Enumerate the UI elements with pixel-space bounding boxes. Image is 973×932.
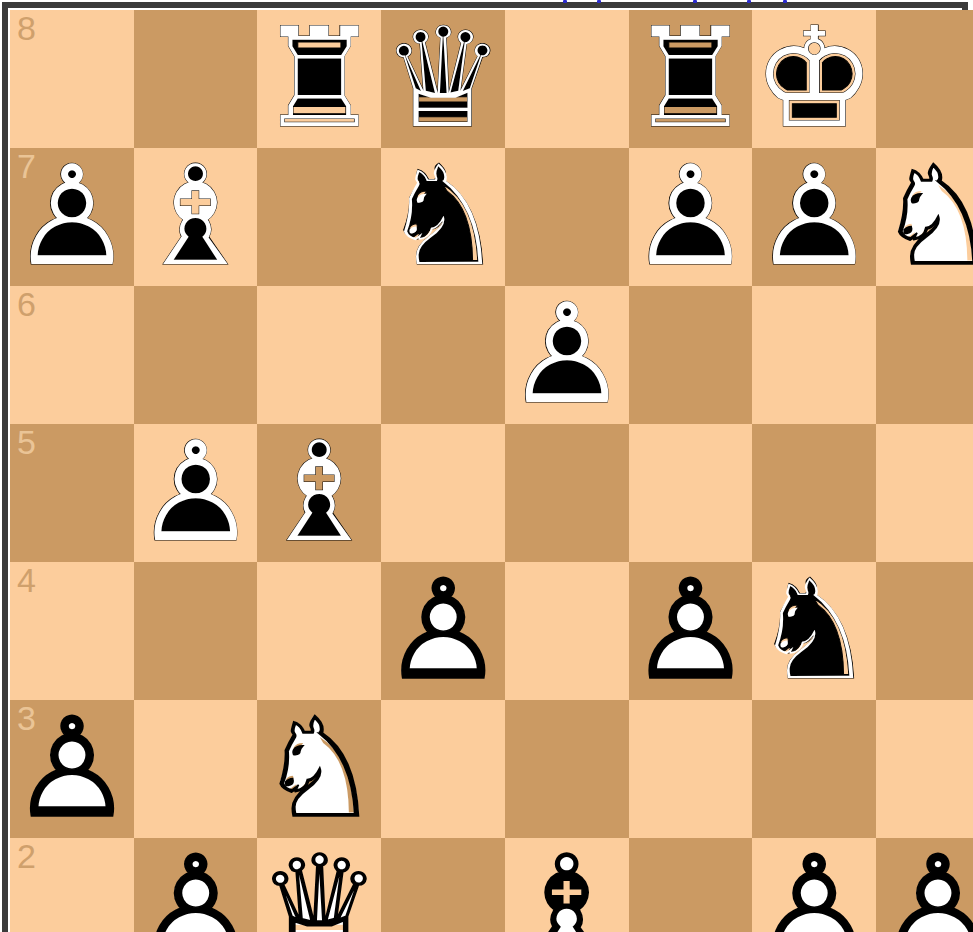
square-d7[interactable]: ♞♘ [381,148,505,286]
black-pawn[interactable]: ♟♙ [752,148,876,286]
black-pawn[interactable]: ♟♙ [629,148,753,286]
white-knight[interactable]: ♞♘ [257,700,381,838]
black-bishop[interactable]: ♝♗ [257,424,381,562]
black-knight-outline: ♘ [381,148,505,286]
square-h2[interactable]: ♟♙ [876,838,973,932]
square-e8[interactable] [505,10,629,148]
black-pawn-outline: ♙ [629,148,753,286]
black-bishop-outline: ♗ [134,148,258,286]
square-c6[interactable] [257,286,381,424]
square-b3[interactable] [134,700,258,838]
square-f5[interactable] [629,424,753,562]
square-h4[interactable] [876,562,973,700]
black-pawn[interactable]: ♟♙ [10,148,134,286]
black-knight[interactable]: ♞♘ [381,148,505,286]
square-a3[interactable]: 3♟♙ [10,700,134,838]
white-pawn-outline: ♙ [876,838,973,932]
white-pawn[interactable]: ♟♙ [134,838,258,932]
white-knight-outline: ♘ [257,700,381,838]
square-c8[interactable]: ♜♖ [257,10,381,148]
square-a2[interactable]: 2 [10,838,134,932]
white-pawn[interactable]: ♟♙ [876,838,973,932]
black-pawn-outline: ♙ [134,424,258,562]
black-bishop[interactable]: ♝♗ [134,148,258,286]
link-text-fragment [597,0,601,3]
black-rook[interactable]: ♜♖ [629,10,753,148]
square-h8[interactable] [876,10,973,148]
rank-label-2: 2 [17,839,36,875]
square-h5[interactable] [876,424,973,562]
square-g3[interactable] [752,700,876,838]
page: { "game": "chess", "position": { "fen": … [0,0,973,932]
square-a7[interactable]: 7♟♙ [10,148,134,286]
square-f2[interactable] [629,838,753,932]
white-queen[interactable]: ♛♕ [257,838,381,932]
black-rook-outline: ♖ [629,10,753,148]
square-c7[interactable] [257,148,381,286]
white-pawn-outline: ♙ [10,700,134,838]
square-a4[interactable]: 4 [10,562,134,700]
square-a8[interactable]: 8 [10,10,134,148]
square-b5[interactable]: ♟♙ [134,424,258,562]
square-d6[interactable] [381,286,505,424]
link-text-fragment [693,0,697,3]
white-pawn-outline: ♙ [381,562,505,700]
square-g7[interactable]: ♟♙ [752,148,876,286]
black-pawn[interactable]: ♟♙ [505,286,629,424]
square-a5[interactable]: 5 [10,424,134,562]
square-a6[interactable]: 6 [10,286,134,424]
black-pawn-outline: ♙ [752,148,876,286]
black-pawn[interactable]: ♟♙ [134,424,258,562]
square-d8[interactable]: ♛♕ [381,10,505,148]
square-b2[interactable]: ♟♙ [134,838,258,932]
rank-label-6: 6 [17,287,36,323]
square-f4[interactable]: ♟♙ [629,562,753,700]
white-pawn[interactable]: ♟♙ [752,838,876,932]
black-king-outline: ♔ [752,10,876,148]
square-f7[interactable]: ♟♙ [629,148,753,286]
square-e5[interactable] [505,424,629,562]
square-b4[interactable] [134,562,258,700]
square-f8[interactable]: ♜♖ [629,10,753,148]
white-pawn-outline: ♙ [629,562,753,700]
black-pawn-outline: ♙ [505,286,629,424]
square-g6[interactable] [752,286,876,424]
square-f6[interactable] [629,286,753,424]
square-d4[interactable]: ♟♙ [381,562,505,700]
square-g5[interactable] [752,424,876,562]
square-f3[interactable] [629,700,753,838]
link-text-fragment [747,0,751,3]
square-e2[interactable]: ♝♗ [505,838,629,932]
square-e7[interactable] [505,148,629,286]
black-rook[interactable]: ♜♖ [257,10,381,148]
clipped-link[interactable] [0,0,973,2]
black-rook-outline: ♖ [257,10,381,148]
square-h7[interactable]: ♞♘ [876,148,973,286]
black-bishop-outline: ♗ [257,424,381,562]
square-g2[interactable]: ♟♙ [752,838,876,932]
rank-label-4: 4 [17,563,36,599]
black-knight-outline: ♘ [752,562,876,700]
white-pawn[interactable]: ♟♙ [381,562,505,700]
square-b8[interactable] [134,10,258,148]
black-queen[interactable]: ♛♕ [381,10,505,148]
square-b6[interactable] [134,286,258,424]
square-e4[interactable] [505,562,629,700]
square-h6[interactable] [876,286,973,424]
link-text-fragment [563,0,567,3]
square-c5[interactable]: ♝♗ [257,424,381,562]
square-b7[interactable]: ♝♗ [134,148,258,286]
black-knight[interactable]: ♞♘ [752,562,876,700]
white-bishop-outline: ♗ [505,838,629,932]
square-e3[interactable] [505,700,629,838]
rank-label-8: 8 [17,11,36,47]
board-frame: 8♜♖♛♕♜♖♚♔7♟♙♝♗♞♘♟♙♟♙♞♘6♟♙5♟♙♝♗4♟♙♟♙♞♘3♟♙… [2,2,968,932]
white-queen-outline: ♕ [257,838,381,932]
white-bishop[interactable]: ♝♗ [505,838,629,932]
square-g4[interactable]: ♞♘ [752,562,876,700]
link-text-fragment [783,0,787,3]
rank-label-5: 5 [17,425,36,461]
white-pawn-outline: ♙ [752,838,876,932]
black-queen-outline: ♕ [381,10,505,148]
white-knight[interactable]: ♞♘ [876,148,973,286]
white-knight-outline: ♘ [876,148,973,286]
white-pawn[interactable]: ♟♙ [629,562,753,700]
square-d5[interactable] [381,424,505,562]
square-h3[interactable] [876,700,973,838]
chess-board: 8♜♖♛♕♜♖♚♔7♟♙♝♗♞♘♟♙♟♙♞♘6♟♙5♟♙♝♗4♟♙♟♙♞♘3♟♙… [10,10,960,932]
square-g8[interactable]: ♚♔ [752,10,876,148]
square-e6[interactable]: ♟♙ [505,286,629,424]
square-c4[interactable] [257,562,381,700]
square-c3[interactable]: ♞♘ [257,700,381,838]
black-pawn-outline: ♙ [10,148,134,286]
square-d2[interactable] [381,838,505,932]
square-c2[interactable]: ♛♕ [257,838,381,932]
white-pawn[interactable]: ♟♙ [10,700,134,838]
black-king[interactable]: ♚♔ [752,10,876,148]
square-d3[interactable] [381,700,505,838]
white-pawn-outline: ♙ [134,838,258,932]
